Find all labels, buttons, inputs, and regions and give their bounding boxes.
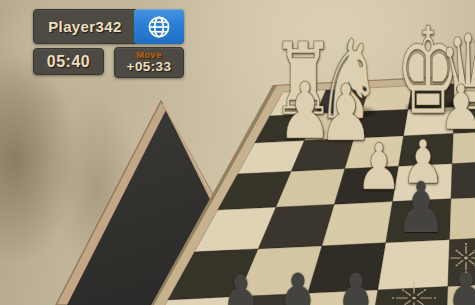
square-d5[interactable] (450, 196, 475, 240)
player-badge: Player342 (33, 9, 184, 44)
square-d4[interactable] (451, 161, 475, 199)
globe-button[interactable] (134, 9, 184, 44)
move-clock-value: +05:33 (115, 60, 183, 74)
globe-icon (134, 14, 184, 40)
black-pawn-e5[interactable]: ♟ (396, 173, 446, 243)
main-clock-value: 05:40 (47, 53, 90, 71)
game-scene: ♜♞♚♛♟♟♟♟♟♟♟♟♟♟ Player342 (0, 0, 475, 305)
black-pawn-d7[interactable]: ♟ (430, 262, 475, 305)
player-name: Player342 (34, 10, 136, 43)
move-clock: Move +05:33 (114, 47, 184, 78)
main-clock: 05:40 (33, 48, 104, 75)
black-pawn-f7[interactable]: ♟ (320, 263, 392, 305)
